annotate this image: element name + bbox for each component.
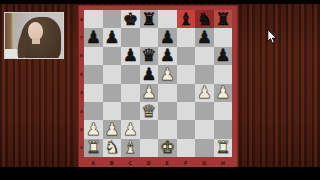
piece-bP[interactable]: ♟ (160, 47, 175, 64)
square-d7[interactable] (140, 28, 159, 46)
square-e5[interactable]: ♟ (158, 65, 177, 83)
piece-bP[interactable]: ♟ (123, 47, 138, 64)
square-g5[interactable] (195, 65, 214, 83)
file-label-c: C (121, 158, 140, 167)
square-g7[interactable]: ♟ (195, 28, 214, 46)
square-b5[interactable] (103, 65, 122, 83)
square-f1[interactable] (177, 139, 196, 157)
square-d6[interactable]: ♛ (140, 47, 159, 65)
webcam-feed (4, 12, 64, 59)
piece-wP[interactable]: ♟ (104, 121, 119, 138)
square-a6[interactable] (84, 47, 103, 65)
square-h7[interactable] (214, 28, 233, 46)
piece-bP[interactable]: ♟ (141, 66, 156, 83)
piece-bR[interactable]: ♜ (141, 11, 156, 28)
square-d2[interactable] (140, 120, 159, 138)
file-label-a: A (84, 158, 103, 167)
piece-wP[interactable]: ♟ (141, 84, 156, 101)
square-g3[interactable] (195, 102, 214, 120)
piece-wP[interactable]: ♟ (86, 121, 101, 138)
square-a4[interactable] (84, 84, 103, 102)
square-e1[interactable]: ♚ (158, 139, 177, 157)
piece-bR[interactable]: ♜ (215, 11, 230, 28)
square-h5[interactable] (214, 65, 233, 83)
piece-bP[interactable]: ♟ (197, 29, 212, 46)
square-a7[interactable]: ♟ (84, 28, 103, 46)
square-f4[interactable] (177, 84, 196, 102)
piece-bK[interactable]: ♚ (123, 11, 138, 28)
square-e8[interactable] (158, 10, 177, 28)
square-e4[interactable] (158, 84, 177, 102)
square-h1[interactable]: ♜ (214, 139, 233, 157)
square-c7[interactable] (121, 28, 140, 46)
square-d8[interactable]: ♜ (140, 10, 159, 28)
square-a5[interactable] (84, 65, 103, 83)
square-h4[interactable]: ♟ (214, 84, 233, 102)
piece-wR[interactable]: ♜ (86, 139, 101, 156)
chess-board: 87654321 ♚♜♝♞♜♟♟♟♟♟♛♟♟♟♟♟♟♟♛♟♟♟♜♞♝♚♜ ABC… (79, 6, 237, 167)
square-g6[interactable] (195, 47, 214, 65)
file-label-g: G (195, 158, 214, 167)
square-c1[interactable]: ♝ (121, 139, 140, 157)
square-g1[interactable] (195, 139, 214, 157)
square-e3[interactable] (158, 102, 177, 120)
piece-wP[interactable]: ♟ (123, 121, 138, 138)
square-a8[interactable] (84, 10, 103, 28)
square-c8[interactable]: ♚ (121, 10, 140, 28)
square-f2[interactable] (177, 120, 196, 138)
piece-wQ[interactable]: ♛ (141, 103, 156, 120)
board-grid: ♚♜♝♞♜♟♟♟♟♟♛♟♟♟♟♟♟♟♛♟♟♟♜♞♝♚♜ (84, 10, 232, 157)
file-label-h: H (214, 158, 233, 167)
piece-wN[interactable]: ♞ (104, 139, 119, 156)
square-c5[interactable] (121, 65, 140, 83)
square-e7[interactable]: ♟ (158, 28, 177, 46)
square-a1[interactable]: ♜ (84, 139, 103, 157)
square-d5[interactable]: ♟ (140, 65, 159, 83)
file-label-d: D (140, 158, 159, 167)
piece-wB[interactable]: ♝ (123, 139, 138, 156)
square-b2[interactable]: ♟ (103, 120, 122, 138)
square-b7[interactable]: ♟ (103, 28, 122, 46)
square-g4[interactable]: ♟ (195, 84, 214, 102)
square-a3[interactable] (84, 102, 103, 120)
square-d3[interactable]: ♛ (140, 102, 159, 120)
square-f5[interactable] (177, 65, 196, 83)
file-coordinates: ABCDEFGH (84, 158, 232, 167)
square-h6[interactable]: ♟ (214, 47, 233, 65)
square-a2[interactable]: ♟ (84, 120, 103, 138)
square-f8[interactable]: ♝ (177, 10, 196, 28)
square-f3[interactable] (177, 102, 196, 120)
square-d4[interactable]: ♟ (140, 84, 159, 102)
square-g2[interactable] (195, 120, 214, 138)
square-c2[interactable]: ♟ (121, 120, 140, 138)
piece-bN[interactable]: ♞ (197, 11, 212, 28)
piece-bP[interactable]: ♟ (215, 47, 230, 64)
piece-wR[interactable]: ♜ (215, 139, 230, 156)
piece-wP[interactable]: ♟ (197, 84, 212, 101)
file-label-e: E (158, 158, 177, 167)
piece-wP[interactable]: ♟ (160, 66, 175, 83)
file-label-f: F (177, 158, 196, 167)
video-stage: 87654321 ♚♜♝♞♜♟♟♟♟♟♛♟♟♟♟♟♟♟♛♟♟♟♜♞♝♚♜ ABC… (0, 4, 320, 167)
file-label-b: B (103, 158, 122, 167)
piece-bP[interactable]: ♟ (104, 29, 119, 46)
square-c6[interactable]: ♟ (121, 47, 140, 65)
square-f7[interactable] (177, 28, 196, 46)
piece-bB[interactable]: ♝ (178, 11, 193, 28)
square-b4[interactable] (103, 84, 122, 102)
mouse-cursor-icon (268, 30, 277, 44)
streamer-neck (32, 38, 40, 44)
square-h2[interactable] (214, 120, 233, 138)
square-f6[interactable] (177, 47, 196, 65)
piece-bP[interactable]: ♟ (160, 29, 175, 46)
piece-wP[interactable]: ♟ (215, 84, 230, 101)
piece-bP[interactable]: ♟ (86, 29, 101, 46)
square-e6[interactable]: ♟ (158, 47, 177, 65)
square-g8[interactable]: ♞ (195, 10, 214, 28)
square-e2[interactable] (158, 120, 177, 138)
square-c3[interactable] (121, 102, 140, 120)
square-b3[interactable] (103, 102, 122, 120)
letterbox-bottom (0, 167, 320, 180)
square-b1[interactable]: ♞ (103, 139, 122, 157)
piece-bQ[interactable]: ♛ (141, 47, 156, 64)
square-c4[interactable] (121, 84, 140, 102)
square-d1[interactable] (140, 139, 159, 157)
square-h3[interactable] (214, 102, 233, 120)
square-b6[interactable] (103, 47, 122, 65)
square-b8[interactable] (103, 10, 122, 28)
square-h8[interactable]: ♜ (214, 10, 233, 28)
piece-wK[interactable]: ♚ (160, 139, 175, 156)
